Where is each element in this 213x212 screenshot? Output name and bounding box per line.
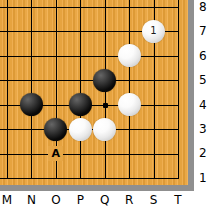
row-label-2: 2 [194,141,213,165]
column-coordinate-labels: MNOPQRST [0,192,190,208]
stone-black-O3[interactable] [44,118,67,141]
stone-black-Q5[interactable] [93,69,116,92]
row-label-5: 5 [194,68,213,92]
col-label-O: O [44,192,68,208]
stone-black-N4[interactable] [20,93,43,116]
move-number-label: 1 [150,26,156,36]
grid-line-horizontal-8 [0,7,179,8]
col-label-N: N [19,192,43,208]
row-label-6: 6 [194,44,213,68]
stone-white-R6[interactable] [118,44,141,67]
row-label-7: 7 [194,19,213,43]
go-board-screenshot: 1A MNOPQRST 87654321 [0,0,212,212]
stones-grid: 1A [0,0,190,190]
goban[interactable]: 1A [0,0,188,185]
col-label-M: M [0,192,19,208]
col-label-T: T [166,192,190,208]
row-label-3: 3 [194,117,213,141]
row-label-8: 8 [194,0,213,19]
stone-white-Q3[interactable] [93,118,116,141]
grid-line-vertical-P [80,0,81,179]
row-coordinate-labels: 87654321 [194,0,213,190]
stone-white-R4[interactable] [118,93,141,116]
col-label-P: P [68,192,92,208]
grid-line-vertical-M [7,0,8,179]
grid-line-horizontal-6 [0,56,179,57]
board-edge-shadow: 1A [0,0,194,191]
grid-line-vertical-N [31,0,32,179]
col-label-Q: Q [93,192,117,208]
grid-line-horizontal-5 [0,80,179,81]
grid-line-horizontal-2 [0,154,179,155]
stone-white-P3[interactable] [69,118,92,141]
annotation-A-O2[interactable]: A [48,146,63,161]
row-label-1: 1 [194,166,213,190]
col-label-R: R [117,192,141,208]
grid-line-vertical-R [129,0,130,179]
row-label-4: 4 [194,93,213,117]
stone-white-S7[interactable]: 1 [142,20,165,43]
grid-line-horizontal-1 [0,178,179,179]
col-label-S: S [141,192,165,208]
grid-line-vertical-T [178,0,179,179]
star-point-Q4 [103,103,108,108]
stone-black-P4[interactable] [69,93,92,116]
